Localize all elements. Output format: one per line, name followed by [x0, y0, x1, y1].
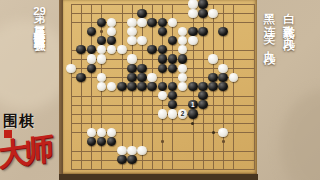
white-stone [208, 9, 218, 18]
star-point [100, 30, 103, 33]
black-stone [147, 18, 157, 27]
black-stone [178, 54, 188, 63]
star-point [222, 140, 225, 143]
player-panel: 黑连笑九段 白党毅飞九段 [263, 4, 319, 176]
black-stone [218, 73, 228, 82]
black-stone [137, 64, 147, 73]
board-edge-bottom [59, 174, 258, 180]
star-point [161, 140, 164, 143]
white-stone [218, 128, 228, 137]
black-player-rank: 九段 [263, 42, 275, 46]
black-stone: 1 [188, 100, 198, 109]
white-stone [117, 45, 127, 54]
black-stone [198, 82, 208, 91]
logo-seal-icon [4, 130, 12, 138]
white-stone [87, 54, 97, 63]
white-player-column: 白党毅飞九段 [283, 4, 295, 174]
black-stone [218, 82, 228, 91]
white-stone [127, 27, 137, 36]
black-stone [208, 82, 218, 91]
black-stone [158, 82, 168, 91]
black-player-name: 连笑 [263, 17, 275, 31]
white-stone [117, 146, 127, 155]
white-stone [97, 128, 107, 137]
black-stone [198, 91, 208, 100]
black-stone [97, 18, 107, 27]
black-stone [147, 82, 157, 91]
white-stone [168, 109, 178, 118]
white-player-rank: 九段 [283, 28, 295, 32]
logo-text: 围棋 [3, 112, 35, 131]
black-stone [87, 64, 97, 73]
black-stone [137, 73, 147, 82]
white-stone [229, 73, 239, 82]
white-stone [168, 18, 178, 27]
black-player-column: 黑连笑九段 [263, 4, 275, 174]
white-stone [147, 73, 157, 82]
black-stone [137, 9, 147, 18]
move-number-label: 2 [178, 109, 188, 118]
white-stone [127, 36, 137, 45]
black-stone [87, 137, 97, 146]
black-stone [168, 64, 178, 73]
black-stone [188, 27, 198, 36]
black-stone [137, 82, 147, 91]
white-stone [97, 73, 107, 82]
black-stone [188, 82, 198, 91]
black-stone [158, 18, 168, 27]
white-stone [137, 18, 147, 27]
black-stone [127, 64, 137, 73]
black-stone [158, 54, 168, 63]
black-stone [208, 73, 218, 82]
channel-logo: 大师 围棋 [0, 110, 62, 180]
white-stone [188, 36, 198, 45]
white-stone [66, 64, 76, 73]
white-stone [137, 36, 147, 45]
white-stone [127, 54, 137, 63]
broadcast-frame: 第29届三星杯世界大师赛四强 大师 围棋 12 黑连笑九段 白党毅飞九段 [0, 0, 320, 180]
black-stone [218, 27, 228, 36]
black-stone [198, 9, 208, 18]
black-stone [87, 27, 97, 36]
black-stone [198, 0, 208, 9]
black-stone [117, 82, 127, 91]
black-stone [117, 155, 127, 164]
white-stone [178, 64, 188, 73]
black-stone [127, 73, 137, 82]
black-stone [76, 73, 86, 82]
go-board: 12 [63, 0, 257, 174]
black-stone [188, 109, 198, 118]
white-stone [97, 54, 107, 63]
white-stone [188, 0, 198, 9]
black-stone [158, 64, 168, 73]
black-stone [168, 54, 178, 63]
black-stone [198, 27, 208, 36]
black-stone [127, 82, 137, 91]
white-stone [87, 128, 97, 137]
white-stone [208, 54, 218, 63]
white-stone [127, 146, 137, 155]
white-stone [188, 9, 198, 18]
move-dot-marker [212, 131, 215, 134]
white-stone: 2 [178, 109, 188, 118]
black-stone [158, 27, 168, 36]
white-stone [158, 109, 168, 118]
white-stone [218, 64, 228, 73]
white-stone [127, 18, 137, 27]
move-number-label: 1 [188, 100, 198, 109]
